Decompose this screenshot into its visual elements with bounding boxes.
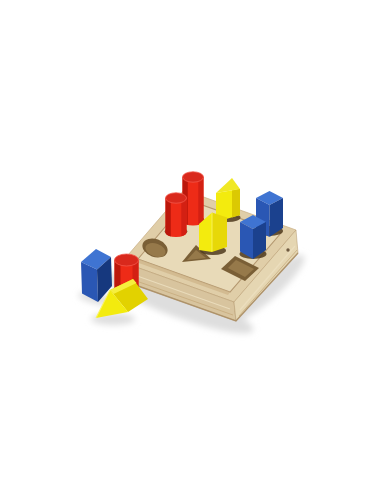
cylinder-top[interactable] <box>183 172 204 182</box>
rim-knot-dot <box>286 248 289 251</box>
cylinder-top[interactable] <box>115 254 139 266</box>
cylinder-shade-right[interactable] <box>198 177 203 225</box>
prism-right-face[interactable] <box>212 213 227 253</box>
piece-blue-cuboid-middle[interactable] <box>240 215 266 259</box>
prism-right-face[interactable] <box>232 189 240 218</box>
shape-sorter-scene <box>0 0 381 492</box>
cylinder-shade-right[interactable] <box>181 198 186 236</box>
cylinder-shade-left[interactable] <box>166 198 171 236</box>
piece-red-cylinder-middle[interactable] <box>166 193 187 237</box>
photo-canvas <box>0 0 381 492</box>
cylinder-top[interactable] <box>166 193 187 203</box>
